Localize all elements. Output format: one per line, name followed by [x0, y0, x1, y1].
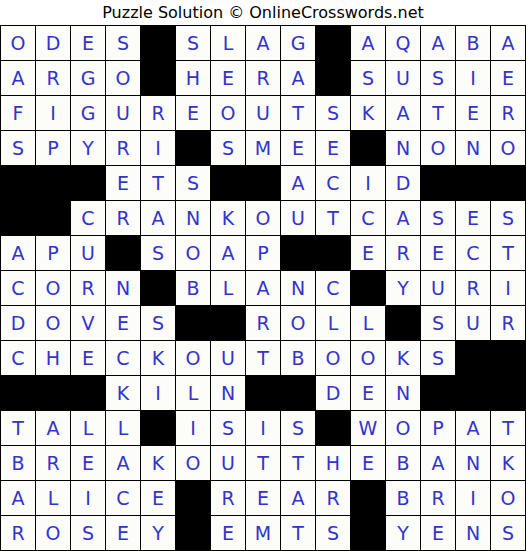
cell-r12c7: S: [211, 411, 245, 445]
cell-letter: A: [292, 69, 305, 88]
cell-letter: C: [116, 349, 129, 368]
cell-letter: O: [116, 69, 131, 88]
cell-r11c7: N: [211, 376, 245, 410]
cell-letter: D: [396, 174, 411, 193]
cell-r13c2: R: [36, 446, 70, 480]
cell-letter: E: [502, 69, 514, 88]
block-cell-r11c14: [456, 376, 490, 410]
block-cell-r12c10: [316, 411, 350, 445]
cell-r10c1: C: [1, 341, 35, 375]
cell-r10c13: S: [421, 341, 455, 375]
cell-letter: A: [12, 489, 25, 508]
cell-r1c11: A: [351, 26, 385, 60]
cell-letter: S: [502, 524, 514, 543]
block-cell-r8c11: [351, 271, 385, 305]
cell-r7c7: A: [211, 236, 245, 270]
cell-letter: H: [186, 69, 200, 88]
cell-r5c10: C: [316, 166, 350, 200]
cell-letter: S: [82, 524, 94, 543]
cell-r8c9: N: [281, 271, 315, 305]
cell-r6c7: K: [211, 201, 245, 235]
cell-r8c1: C: [1, 271, 35, 305]
cell-letter: K: [362, 104, 374, 123]
cell-r7c2: P: [36, 236, 70, 270]
cell-letter: N: [116, 279, 130, 298]
cell-letter: A: [397, 209, 410, 228]
cell-r15c7: E: [211, 516, 245, 550]
cell-r8c14: R: [456, 271, 490, 305]
cell-letter: S: [362, 69, 374, 88]
cell-r8c12: Y: [386, 271, 420, 305]
cell-r4c2: P: [36, 131, 70, 165]
cell-r4c1: S: [1, 131, 35, 165]
cell-r12c8: I: [246, 411, 280, 445]
cell-r15c4: E: [106, 516, 140, 550]
cell-r3c15: R: [491, 96, 525, 130]
cell-letter: H: [326, 454, 340, 473]
cell-letter: C: [466, 244, 479, 263]
cell-letter: B: [396, 454, 409, 473]
cell-r10c6: O: [176, 341, 210, 375]
cell-letter: O: [501, 139, 516, 158]
cell-r7c8: P: [246, 236, 280, 270]
cell-letter: S: [327, 104, 339, 123]
cell-letter: U: [116, 104, 130, 123]
cell-letter: N: [466, 454, 480, 473]
cell-r12c12: O: [386, 411, 420, 445]
cell-r4c4: R: [106, 131, 140, 165]
cell-r12c3: L: [71, 411, 105, 445]
block-cell-r15c6: [176, 516, 210, 550]
cell-r14c12: B: [386, 481, 420, 515]
cell-r12c13: P: [421, 411, 455, 445]
cell-r2c15: E: [491, 61, 525, 95]
cell-r2c6: H: [176, 61, 210, 95]
cell-letter: R: [46, 69, 59, 88]
cell-r5c9: A: [281, 166, 315, 200]
cell-r13c4: A: [106, 446, 140, 480]
cell-r2c14: I: [456, 61, 490, 95]
cell-letter: C: [326, 174, 339, 193]
cell-r12c15: T: [491, 411, 525, 445]
cell-r3c4: U: [106, 96, 140, 130]
cell-r13c8: T: [246, 446, 280, 480]
block-cell-r10c15: [491, 341, 525, 375]
cell-r15c15: S: [491, 516, 525, 550]
cell-letter: T: [292, 454, 304, 473]
cell-letter: S: [432, 314, 444, 333]
block-cell-r9c7: [211, 306, 245, 340]
block-cell-r5c3: [71, 166, 105, 200]
cell-letter: I: [155, 139, 161, 158]
puzzle-solution-page: Puzzle Solution © OnlineCrosswords.net O…: [0, 0, 526, 551]
cell-letter: B: [466, 34, 479, 53]
block-cell-r1c5: [141, 26, 175, 60]
cell-r11c6: L: [176, 376, 210, 410]
cell-letter: O: [501, 489, 516, 508]
cell-letter: I: [85, 489, 91, 508]
cell-letter: E: [467, 104, 479, 123]
cell-r1c2: D: [36, 26, 70, 60]
cell-r15c10: S: [316, 516, 350, 550]
cell-r7c12: R: [386, 236, 420, 270]
cell-r15c9: T: [281, 516, 315, 550]
cell-r3c5: R: [141, 96, 175, 130]
cell-r13c7: U: [211, 446, 245, 480]
cell-letter: P: [47, 244, 58, 263]
cell-r7c13: E: [421, 236, 455, 270]
block-cell-r4c6: [176, 131, 210, 165]
cell-letter: I: [155, 384, 161, 403]
cell-letter: N: [291, 279, 305, 298]
cell-r12c6: I: [176, 411, 210, 445]
cell-letter: E: [327, 139, 339, 158]
cell-r15c13: E: [421, 516, 455, 550]
cell-r6c9: U: [281, 201, 315, 235]
cell-letter: I: [260, 419, 266, 438]
cell-letter: L: [48, 489, 59, 508]
cell-letter: I: [505, 279, 511, 298]
block-cell-r11c2: [36, 376, 70, 410]
cell-r2c7: E: [211, 61, 245, 95]
cell-letter: S: [222, 419, 234, 438]
cell-letter: O: [326, 349, 341, 368]
cell-letter: A: [222, 244, 235, 263]
cell-letter: E: [117, 314, 129, 333]
cell-r2c12: U: [386, 61, 420, 95]
cell-letter: R: [256, 314, 269, 333]
cell-r9c4: E: [106, 306, 140, 340]
cell-letter: K: [117, 384, 129, 403]
cell-r13c13: A: [421, 446, 455, 480]
cell-r5c11: I: [351, 166, 385, 200]
cell-letter: C: [11, 349, 24, 368]
block-cell-r5c14: [456, 166, 490, 200]
cell-r6c6: N: [176, 201, 210, 235]
cell-letter: T: [502, 244, 514, 263]
cell-letter: T: [12, 419, 24, 438]
cell-r9c9: O: [281, 306, 315, 340]
cell-r4c12: N: [386, 131, 420, 165]
cell-r7c1: A: [1, 236, 35, 270]
cell-letter: E: [362, 244, 374, 263]
cell-r14c4: C: [106, 481, 140, 515]
cell-letter: C: [11, 279, 24, 298]
cell-letter: L: [188, 384, 199, 403]
cell-r14c8: E: [246, 481, 280, 515]
cell-r3c11: K: [351, 96, 385, 130]
cell-r10c9: B: [281, 341, 315, 375]
cell-letter: R: [501, 314, 514, 333]
cell-r8c6: B: [176, 271, 210, 305]
cell-letter: R: [221, 489, 234, 508]
block-cell-r5c2: [36, 166, 70, 200]
cell-letter: S: [432, 69, 444, 88]
cell-r14c10: R: [316, 481, 350, 515]
cell-r4c8: M: [246, 131, 280, 165]
cell-letter: C: [81, 209, 94, 228]
cell-r3c2: I: [36, 96, 70, 130]
block-cell-r5c8: [246, 166, 280, 200]
block-cell-r15c11: [351, 516, 385, 550]
cell-r1c6: S: [176, 26, 210, 60]
cell-r7c5: S: [141, 236, 175, 270]
cell-r4c3: Y: [71, 131, 105, 165]
cell-r5c12: D: [386, 166, 420, 200]
cell-letter: A: [12, 244, 25, 263]
cell-r2c4: O: [106, 61, 140, 95]
block-cell-r14c6: [176, 481, 210, 515]
cell-r13c3: E: [71, 446, 105, 480]
cell-r13c12: B: [386, 446, 420, 480]
cell-r3c1: F: [1, 96, 35, 130]
cell-letter: E: [432, 524, 444, 543]
cell-r14c5: E: [141, 481, 175, 515]
cell-letter: L: [223, 34, 234, 53]
cell-r9c2: O: [36, 306, 70, 340]
cell-r12c2: A: [36, 411, 70, 445]
block-cell-r12c5: [141, 411, 175, 445]
cell-r2c8: R: [246, 61, 280, 95]
cell-letter: W: [359, 419, 378, 438]
cell-r8c3: R: [71, 271, 105, 305]
cell-r6c10: T: [316, 201, 350, 235]
cell-r1c8: A: [246, 26, 280, 60]
block-cell-r11c9: [281, 376, 315, 410]
cell-letter: A: [257, 34, 270, 53]
cell-letter: H: [46, 349, 60, 368]
block-cell-r2c5: [141, 61, 175, 95]
cell-letter: R: [151, 104, 164, 123]
cell-letter: T: [432, 104, 444, 123]
cell-r13c11: E: [351, 446, 385, 480]
block-cell-r5c7: [211, 166, 245, 200]
cell-letter: P: [47, 139, 58, 158]
cell-letter: S: [152, 314, 164, 333]
cell-r14c14: I: [456, 481, 490, 515]
cell-r1c7: L: [211, 26, 245, 60]
cell-letter: N: [186, 209, 200, 228]
cell-letter: B: [291, 349, 304, 368]
cell-r11c12: N: [386, 376, 420, 410]
cell-letter: T: [152, 174, 164, 193]
cell-letter: N: [221, 384, 235, 403]
cell-letter: E: [257, 489, 269, 508]
cell-letter: V: [82, 314, 95, 333]
cell-letter: O: [361, 349, 376, 368]
cell-letter: L: [363, 314, 374, 333]
cell-letter: I: [470, 69, 476, 88]
cell-r2c9: A: [281, 61, 315, 95]
cell-r6c15: S: [491, 201, 525, 235]
cell-r6c3: C: [71, 201, 105, 235]
cell-letter: A: [432, 34, 445, 53]
cell-letter: S: [292, 419, 304, 438]
cell-r10c5: K: [141, 341, 175, 375]
cell-r14c3: I: [71, 481, 105, 515]
cell-letter: E: [467, 209, 479, 228]
cell-r9c3: V: [71, 306, 105, 340]
cell-r10c7: U: [211, 341, 245, 375]
cell-letter: E: [222, 524, 234, 543]
cell-r5c4: E: [106, 166, 140, 200]
cell-letter: P: [432, 419, 443, 438]
cell-letter: A: [257, 279, 270, 298]
cell-letter: N: [466, 524, 480, 543]
block-cell-r14c11: [351, 481, 385, 515]
cell-r6c12: A: [386, 201, 420, 235]
cell-letter: L: [223, 279, 234, 298]
cell-letter: T: [327, 209, 339, 228]
cell-letter: E: [222, 69, 234, 88]
cell-r1c14: B: [456, 26, 490, 60]
cell-r6c8: O: [246, 201, 280, 235]
cell-letter: K: [222, 209, 234, 228]
cell-r15c12: Y: [386, 516, 420, 550]
cell-r3c7: O: [211, 96, 245, 130]
cell-letter: D: [326, 384, 341, 403]
cell-r5c6: S: [176, 166, 210, 200]
cell-r14c13: R: [421, 481, 455, 515]
cell-letter: R: [116, 209, 129, 228]
cell-letter: T: [257, 454, 269, 473]
cell-r3c13: T: [421, 96, 455, 130]
cell-letter: S: [12, 139, 24, 158]
cell-letter: S: [152, 244, 164, 263]
cell-letter: U: [396, 69, 410, 88]
cell-r8c8: A: [246, 271, 280, 305]
cell-r13c15: K: [491, 446, 525, 480]
cell-letter: B: [186, 279, 199, 298]
cell-letter: E: [152, 489, 164, 508]
block-cell-r7c10: [316, 236, 350, 270]
cell-r9c1: D: [1, 306, 35, 340]
cell-letter: E: [82, 34, 94, 53]
cell-letter: K: [152, 349, 164, 368]
cell-r4c5: I: [141, 131, 175, 165]
cell-letter: U: [256, 104, 270, 123]
cell-letter: C: [361, 209, 374, 228]
cell-letter: O: [46, 314, 61, 333]
cell-letter: U: [291, 209, 305, 228]
cell-letter: L: [118, 419, 129, 438]
cell-r11c10: D: [316, 376, 350, 410]
block-cell-r5c1: [1, 166, 35, 200]
page-title: Puzzle Solution © OnlineCrosswords.net: [0, 0, 526, 25]
cell-letter: G: [81, 104, 96, 123]
cell-r1c15: A: [491, 26, 525, 60]
cell-letter: D: [46, 34, 61, 53]
block-cell-r5c13: [421, 166, 455, 200]
cell-r14c7: R: [211, 481, 245, 515]
cell-letter: R: [501, 104, 514, 123]
cell-r3c3: G: [71, 96, 105, 130]
cell-letter: T: [292, 104, 304, 123]
cell-letter: U: [221, 349, 235, 368]
cell-r11c5: I: [141, 376, 175, 410]
cell-letter: A: [47, 419, 60, 438]
cell-r1c12: Q: [386, 26, 420, 60]
cell-r1c1: O: [1, 26, 35, 60]
cell-r8c13: U: [421, 271, 455, 305]
cell-r8c7: L: [211, 271, 245, 305]
cell-r13c9: T: [281, 446, 315, 480]
cell-letter: O: [46, 279, 61, 298]
cell-letter: E: [292, 139, 304, 158]
cell-r14c2: L: [36, 481, 70, 515]
cell-r6c14: E: [456, 201, 490, 235]
cell-r9c13: S: [421, 306, 455, 340]
cell-r6c13: S: [421, 201, 455, 235]
cell-r8c4: N: [106, 271, 140, 305]
cell-letter: O: [186, 454, 201, 473]
block-cell-r11c3: [71, 376, 105, 410]
cell-r6c4: R: [106, 201, 140, 235]
cell-letter: A: [397, 104, 410, 123]
cell-r3c9: T: [281, 96, 315, 130]
cell-letter: Q: [396, 34, 411, 53]
cell-r14c15: O: [491, 481, 525, 515]
cell-letter: P: [257, 244, 268, 263]
cell-r7c11: E: [351, 236, 385, 270]
cell-r7c6: O: [176, 236, 210, 270]
block-cell-r8c5: [141, 271, 175, 305]
cell-r2c2: R: [36, 61, 70, 95]
cell-r4c13: O: [421, 131, 455, 165]
cell-letter: L: [328, 314, 339, 333]
cell-letter: E: [432, 244, 444, 263]
cell-letter: E: [187, 104, 199, 123]
cell-r5c5: T: [141, 166, 175, 200]
cell-letter: S: [187, 34, 199, 53]
cell-r8c15: I: [491, 271, 525, 305]
cell-letter: U: [466, 314, 480, 333]
cell-r14c1: A: [1, 481, 35, 515]
cell-letter: R: [116, 139, 129, 158]
cell-letter: O: [46, 524, 61, 543]
cell-letter: U: [221, 454, 235, 473]
cell-r15c14: N: [456, 516, 490, 550]
cell-letter: O: [431, 139, 446, 158]
cell-letter: R: [466, 279, 479, 298]
cell-letter: A: [12, 69, 25, 88]
cell-r3c10: S: [316, 96, 350, 130]
cell-letter: O: [186, 349, 201, 368]
cell-letter: C: [116, 489, 129, 508]
cell-letter: O: [11, 34, 26, 53]
cell-letter: A: [467, 419, 480, 438]
cell-letter: A: [502, 34, 515, 53]
cell-letter: B: [11, 454, 24, 473]
cell-letter: A: [292, 174, 305, 193]
cell-r15c8: M: [246, 516, 280, 550]
cell-r9c11: L: [351, 306, 385, 340]
cell-r11c11: E: [351, 376, 385, 410]
cell-r3c8: U: [246, 96, 280, 130]
cell-r13c10: H: [316, 446, 350, 480]
cell-r7c14: C: [456, 236, 490, 270]
cell-letter: T: [257, 349, 269, 368]
cell-r9c14: U: [456, 306, 490, 340]
cell-letter: U: [81, 244, 95, 263]
block-cell-r9c12: [386, 306, 420, 340]
cell-letter: Y: [82, 139, 94, 158]
cell-r11c4: K: [106, 376, 140, 410]
cell-r7c3: U: [71, 236, 105, 270]
cell-letter: R: [326, 489, 339, 508]
cell-letter: G: [81, 69, 96, 88]
cell-letter: O: [256, 209, 271, 228]
